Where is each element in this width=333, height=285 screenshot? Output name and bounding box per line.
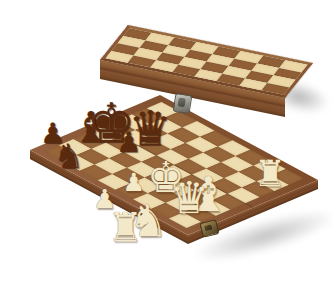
light-pawn[interactable]: ♟ <box>123 170 145 195</box>
case-clasp-icon <box>173 93 193 114</box>
dark-pawn[interactable]: ♟ <box>116 129 141 157</box>
light-rook[interactable]: ♜ <box>254 156 286 192</box>
chess-set-product-photo: ♟♞♝♚♟♛♟♟♚♛♝♜♞♜ <box>0 0 333 285</box>
board-clasp-detail <box>204 224 212 231</box>
dark-knight[interactable]: ♞ <box>54 139 84 173</box>
light-rook[interactable]: ♜ <box>107 207 143 247</box>
light-queen[interactable]: ♛ <box>170 176 209 220</box>
case-clasp-detail <box>178 97 186 107</box>
